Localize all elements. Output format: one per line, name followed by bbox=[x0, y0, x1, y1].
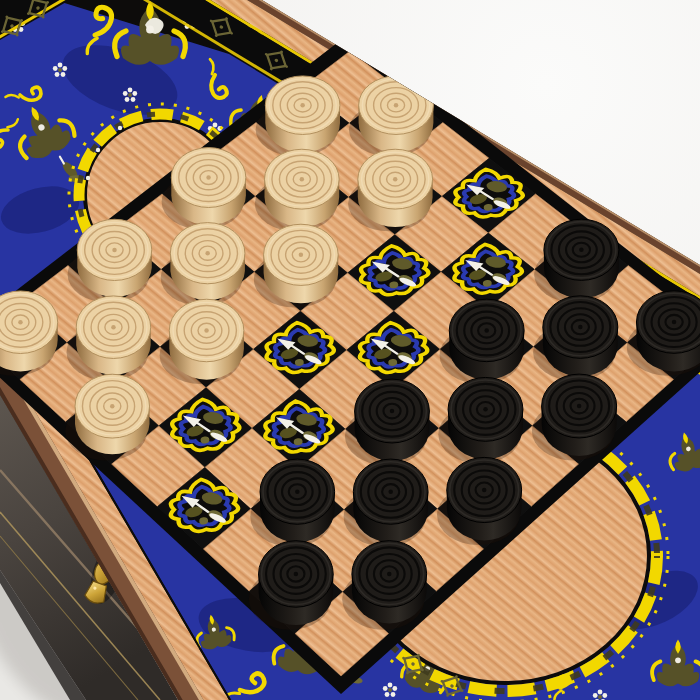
photo-stage: Overhead angled photo of a closed dark w… bbox=[0, 0, 700, 700]
checkers-set-photo bbox=[0, 0, 700, 700]
